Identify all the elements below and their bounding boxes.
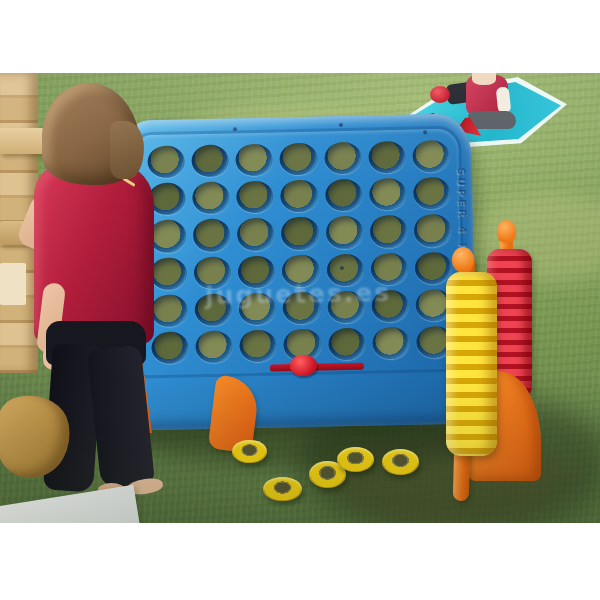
board-hole-r1c5 — [324, 142, 362, 175]
board-hole-r1c4 — [280, 143, 318, 176]
red-toy — [430, 86, 450, 103]
board-holes — [147, 140, 453, 364]
board-hole-r2c2 — [192, 182, 230, 215]
yellow-ring-on-grass — [382, 449, 419, 475]
board-hole-r1c6 — [368, 141, 406, 174]
board-hole-r6c2 — [195, 330, 233, 363]
board-hole-r6c3 — [239, 329, 277, 362]
board-hole-r3c2 — [193, 219, 231, 252]
rivet-dot — [340, 266, 344, 270]
board-hole-r3c6 — [370, 215, 408, 248]
board-hole-r2c6 — [369, 178, 407, 211]
yellow-ring-on-grass — [263, 477, 302, 501]
board-hole-r3c7 — [414, 214, 452, 247]
board-hole-r3c1 — [149, 220, 187, 253]
girl-hair-fringe — [110, 121, 144, 179]
release-slider-handle — [290, 355, 317, 377]
board-hole-r1c2 — [191, 144, 229, 177]
board-hole-r1c1 — [147, 145, 185, 178]
yellow-ring-on-grass — [337, 447, 374, 472]
board-hole-r3c5 — [325, 216, 363, 249]
yellow-ring-stack — [446, 272, 497, 456]
front-pole-tip — [452, 247, 474, 272]
board-hole-r2c4 — [281, 180, 319, 213]
rivet-dot — [233, 127, 237, 131]
board-hole-r2c5 — [325, 179, 363, 212]
rivet-dot — [423, 130, 427, 134]
board-hole-r3c4 — [281, 217, 319, 250]
photo-scene: SUPER 4 IN LINE SUPER 4 IN LINE juguetes… — [0, 73, 600, 523]
rear-pole-tip — [497, 220, 516, 243]
board-hole-r1c3 — [236, 144, 274, 177]
board-hole-r4c1 — [150, 257, 188, 290]
board-hole-r6c5 — [328, 327, 366, 360]
board-hole-r6c6 — [372, 327, 410, 360]
wooden-block — [0, 263, 26, 305]
board-hole-r6c1 — [151, 331, 189, 364]
rivet-dot — [339, 123, 343, 127]
toddler-head — [472, 73, 496, 85]
toddler-sleeve — [496, 86, 512, 113]
photo-watermark: juguetes.es — [205, 277, 465, 311]
board-hole-r3c3 — [237, 218, 275, 251]
yellow-ring-on-grass — [232, 440, 267, 463]
board-hole-r5c1 — [150, 294, 188, 327]
connect-four-board: SUPER 4 IN LINE SUPER 4 IN LINE — [123, 113, 477, 430]
board-hole-r1c7 — [412, 140, 450, 173]
board-hole-r2c3 — [236, 181, 274, 214]
board-hole-r2c7 — [413, 177, 451, 210]
